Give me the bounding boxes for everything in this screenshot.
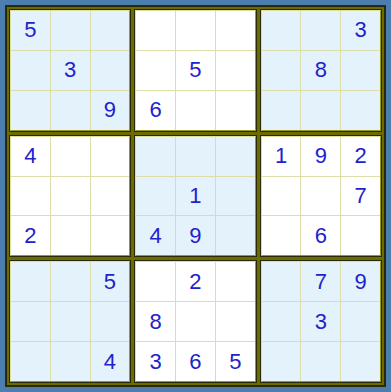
cell-r7c7[interactable] <box>262 262 301 301</box>
cell-r4c1[interactable]: 4 <box>11 137 50 176</box>
cell-r6c3[interactable] <box>91 216 130 255</box>
box-r2c3: 19276 <box>260 135 382 258</box>
sudoku-board: 539563842149192765428365793 <box>5 5 386 387</box>
cell-r9c6[interactable]: 5 <box>216 342 255 381</box>
cell-r3c4[interactable]: 6 <box>136 91 175 130</box>
box-r2c1: 42 <box>9 135 131 258</box>
cell-r2c5[interactable]: 5 <box>176 51 215 90</box>
cell-r8c3[interactable] <box>91 302 130 341</box>
cell-r5c8[interactable] <box>301 177 340 216</box>
cell-r5c9[interactable]: 7 <box>341 177 380 216</box>
cell-r3c9[interactable] <box>341 91 380 130</box>
cell-r2c7[interactable] <box>262 51 301 90</box>
cell-r1c2[interactable] <box>51 11 90 50</box>
cell-r9c4[interactable]: 3 <box>136 342 175 381</box>
box-cell-grid: 539 <box>10 10 130 131</box>
cell-r1c9[interactable]: 3 <box>341 11 380 50</box>
box-r1c3: 38 <box>260 9 382 132</box>
cell-r6c4[interactable]: 4 <box>136 216 175 255</box>
cell-r4c7[interactable]: 1 <box>262 137 301 176</box>
cell-r8c2[interactable] <box>51 302 90 341</box>
cell-r7c9[interactable]: 9 <box>341 262 380 301</box>
cell-r2c2[interactable]: 3 <box>51 51 90 90</box>
cell-r1c3[interactable] <box>91 11 130 50</box>
cell-r8c4[interactable]: 8 <box>136 302 175 341</box>
cell-r6c5[interactable]: 9 <box>176 216 215 255</box>
cell-r3c3[interactable]: 9 <box>91 91 130 130</box>
cell-r9c3[interactable]: 4 <box>91 342 130 381</box>
cell-r1c4[interactable] <box>136 11 175 50</box>
cell-r6c7[interactable] <box>262 216 301 255</box>
cell-r5c5[interactable]: 1 <box>176 177 215 216</box>
cell-r1c8[interactable] <box>301 11 340 50</box>
cell-r7c6[interactable] <box>216 262 255 301</box>
box-cell-grid: 42 <box>10 136 130 257</box>
cell-r4c3[interactable] <box>91 137 130 176</box>
cell-r9c5[interactable]: 6 <box>176 342 215 381</box>
cell-r7c8[interactable]: 7 <box>301 262 340 301</box>
box-cell-grid: 149 <box>135 136 255 257</box>
cell-r4c4[interactable] <box>136 137 175 176</box>
sudoku-board-frame: 539563842149192765428365793 <box>0 0 391 392</box>
cell-r5c7[interactable] <box>262 177 301 216</box>
box-r2c2: 149 <box>134 135 256 258</box>
cell-r1c6[interactable] <box>216 11 255 50</box>
box-cell-grid: 56 <box>135 10 255 131</box>
cell-r8c9[interactable] <box>341 302 380 341</box>
cell-r4c8[interactable]: 9 <box>301 137 340 176</box>
cell-r7c3[interactable]: 5 <box>91 262 130 301</box>
cell-r6c8[interactable]: 6 <box>301 216 340 255</box>
cell-r9c1[interactable] <box>11 342 50 381</box>
cell-r4c5[interactable] <box>176 137 215 176</box>
cell-r5c2[interactable] <box>51 177 90 216</box>
cell-r8c1[interactable] <box>11 302 50 341</box>
cell-r6c1[interactable]: 2 <box>11 216 50 255</box>
box-r3c3: 793 <box>260 260 382 383</box>
cell-r3c7[interactable] <box>262 91 301 130</box>
cell-r7c4[interactable] <box>136 262 175 301</box>
cell-r5c1[interactable] <box>11 177 50 216</box>
cell-r9c2[interactable] <box>51 342 90 381</box>
cell-r4c6[interactable] <box>216 137 255 176</box>
cell-r2c1[interactable] <box>11 51 50 90</box>
cell-r3c8[interactable] <box>301 91 340 130</box>
cell-r7c2[interactable] <box>51 262 90 301</box>
cell-r7c5[interactable]: 2 <box>176 262 215 301</box>
cell-r3c5[interactable] <box>176 91 215 130</box>
box-cell-grid: 54 <box>10 261 130 382</box>
cell-r2c3[interactable] <box>91 51 130 90</box>
cell-r6c6[interactable] <box>216 216 255 255</box>
cell-r4c9[interactable]: 2 <box>341 137 380 176</box>
cell-r2c8[interactable]: 8 <box>301 51 340 90</box>
cell-r6c9[interactable] <box>341 216 380 255</box>
cell-r3c6[interactable] <box>216 91 255 130</box>
box-r1c2: 56 <box>134 9 256 132</box>
box-r3c2: 28365 <box>134 260 256 383</box>
cell-r3c2[interactable] <box>51 91 90 130</box>
cell-r5c4[interactable] <box>136 177 175 216</box>
cell-r1c5[interactable] <box>176 11 215 50</box>
cell-r7c1[interactable] <box>11 262 50 301</box>
cell-r9c9[interactable] <box>341 342 380 381</box>
cell-r1c1[interactable]: 5 <box>11 11 50 50</box>
cell-r5c3[interactable] <box>91 177 130 216</box>
cell-r2c9[interactable] <box>341 51 380 90</box>
box-cell-grid: 38 <box>261 10 381 131</box>
cell-r6c2[interactable] <box>51 216 90 255</box>
cell-r9c7[interactable] <box>262 342 301 381</box>
box-cell-grid: 793 <box>261 261 381 382</box>
cell-r9c8[interactable] <box>301 342 340 381</box>
cell-r8c8[interactable]: 3 <box>301 302 340 341</box>
cell-r3c1[interactable] <box>11 91 50 130</box>
box-r3c1: 54 <box>9 260 131 383</box>
cell-r8c7[interactable] <box>262 302 301 341</box>
box-r1c1: 539 <box>9 9 131 132</box>
cell-r8c5[interactable] <box>176 302 215 341</box>
cell-r4c2[interactable] <box>51 137 90 176</box>
cell-r5c6[interactable] <box>216 177 255 216</box>
cell-r8c6[interactable] <box>216 302 255 341</box>
cell-r1c7[interactable] <box>262 11 301 50</box>
cell-r2c4[interactable] <box>136 51 175 90</box>
box-cell-grid: 19276 <box>261 136 381 257</box>
cell-r2c6[interactable] <box>216 51 255 90</box>
box-cell-grid: 28365 <box>135 261 255 382</box>
